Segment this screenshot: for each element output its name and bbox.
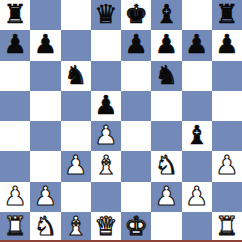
piece-black-pawn[interactable]: ♟ xyxy=(215,31,238,57)
piece-white-pawn[interactable]: ♟ xyxy=(155,183,178,209)
square-f3[interactable]: ♞ xyxy=(151,151,181,181)
square-a8[interactable]: ♜ xyxy=(0,0,30,30)
piece-black-king[interactable]: ♚ xyxy=(124,1,147,27)
square-b2[interactable]: ♟ xyxy=(30,182,60,212)
square-c3[interactable]: ♟ xyxy=(61,151,91,181)
piece-black-knight[interactable]: ♞ xyxy=(64,62,87,88)
square-c2[interactable] xyxy=(61,182,91,212)
piece-black-pawn[interactable]: ♟ xyxy=(94,92,117,118)
square-e6[interactable] xyxy=(121,61,151,91)
piece-white-bishop[interactable]: ♝ xyxy=(64,213,87,239)
piece-white-bishop[interactable]: ♝ xyxy=(94,152,117,178)
square-e2[interactable] xyxy=(121,182,151,212)
chess-board: ♜♛♚♝♜♟♟♟♟♟♟♞♞♟♟♝♟♝♞♟♟♟♟♟♜♞♝♛♚♜ xyxy=(0,0,242,242)
square-f1[interactable] xyxy=(151,212,181,242)
square-c1[interactable]: ♝ xyxy=(61,212,91,242)
square-g2[interactable]: ♟ xyxy=(182,182,212,212)
square-b7[interactable]: ♟ xyxy=(30,30,60,60)
square-g4[interactable]: ♝ xyxy=(182,121,212,151)
square-d4[interactable]: ♟ xyxy=(91,121,121,151)
piece-white-rook[interactable]: ♜ xyxy=(3,213,26,239)
square-h3[interactable]: ♟ xyxy=(212,151,242,181)
piece-white-pawn[interactable]: ♟ xyxy=(215,152,238,178)
square-h2[interactable] xyxy=(212,182,242,212)
square-f4[interactable] xyxy=(151,121,181,151)
piece-black-bishop[interactable]: ♝ xyxy=(185,122,208,148)
piece-white-pawn[interactable]: ♟ xyxy=(185,183,208,209)
piece-white-rook[interactable]: ♜ xyxy=(215,213,238,239)
square-g1[interactable] xyxy=(182,212,212,242)
square-h1[interactable]: ♜ xyxy=(212,212,242,242)
square-f7[interactable]: ♟ xyxy=(151,30,181,60)
chess-board-screenshot: ♜♛♚♝♜♟♟♟♟♟♟♞♞♟♟♝♟♝♞♟♟♟♟♟♜♞♝♛♚♜ xyxy=(0,0,242,242)
square-b3[interactable] xyxy=(30,151,60,181)
square-c6[interactable]: ♞ xyxy=(61,61,91,91)
square-g8[interactable] xyxy=(182,0,212,30)
square-b5[interactable] xyxy=(30,91,60,121)
square-e7[interactable]: ♟ xyxy=(121,30,151,60)
piece-black-pawn[interactable]: ♟ xyxy=(155,31,178,57)
square-b4[interactable] xyxy=(30,121,60,151)
piece-black-queen[interactable]: ♛ xyxy=(94,1,117,27)
square-d7[interactable] xyxy=(91,30,121,60)
square-d2[interactable] xyxy=(91,182,121,212)
square-a5[interactable] xyxy=(0,91,30,121)
square-a2[interactable]: ♟ xyxy=(0,182,30,212)
piece-black-rook[interactable]: ♜ xyxy=(3,1,26,27)
square-g5[interactable] xyxy=(182,91,212,121)
square-e1[interactable]: ♚ xyxy=(121,212,151,242)
square-h6[interactable] xyxy=(212,61,242,91)
square-d5[interactable]: ♟ xyxy=(91,91,121,121)
piece-black-pawn[interactable]: ♟ xyxy=(3,31,26,57)
piece-white-pawn[interactable]: ♟ xyxy=(3,183,26,209)
square-e8[interactable]: ♚ xyxy=(121,0,151,30)
square-c8[interactable] xyxy=(61,0,91,30)
square-a4[interactable] xyxy=(0,121,30,151)
square-g7[interactable]: ♟ xyxy=(182,30,212,60)
square-a6[interactable] xyxy=(0,61,30,91)
square-e3[interactable] xyxy=(121,151,151,181)
piece-black-pawn[interactable]: ♟ xyxy=(34,31,57,57)
square-f5[interactable] xyxy=(151,91,181,121)
square-d1[interactable]: ♛ xyxy=(91,212,121,242)
square-d8[interactable]: ♛ xyxy=(91,0,121,30)
square-h4[interactable] xyxy=(212,121,242,151)
piece-black-knight[interactable]: ♞ xyxy=(155,62,178,88)
square-h5[interactable] xyxy=(212,91,242,121)
square-d3[interactable]: ♝ xyxy=(91,151,121,181)
piece-white-knight[interactable]: ♞ xyxy=(34,213,57,239)
piece-black-bishop[interactable]: ♝ xyxy=(155,1,178,27)
square-h7[interactable]: ♟ xyxy=(212,30,242,60)
piece-white-knight[interactable]: ♞ xyxy=(155,152,178,178)
square-g6[interactable] xyxy=(182,61,212,91)
piece-white-pawn[interactable]: ♟ xyxy=(94,122,117,148)
square-a3[interactable] xyxy=(0,151,30,181)
square-b6[interactable] xyxy=(30,61,60,91)
piece-white-king[interactable]: ♚ xyxy=(124,213,147,239)
piece-white-pawn[interactable]: ♟ xyxy=(34,183,57,209)
piece-black-pawn[interactable]: ♟ xyxy=(185,31,208,57)
square-e4[interactable] xyxy=(121,121,151,151)
square-e5[interactable] xyxy=(121,91,151,121)
square-g3[interactable] xyxy=(182,151,212,181)
piece-black-rook[interactable]: ♜ xyxy=(215,1,238,27)
square-c4[interactable] xyxy=(61,121,91,151)
square-a7[interactable]: ♟ xyxy=(0,30,30,60)
piece-white-pawn[interactable]: ♟ xyxy=(64,152,87,178)
square-h8[interactable]: ♜ xyxy=(212,0,242,30)
square-b1[interactable]: ♞ xyxy=(30,212,60,242)
square-c5[interactable] xyxy=(61,91,91,121)
square-a1[interactable]: ♜ xyxy=(0,212,30,242)
square-f2[interactable]: ♟ xyxy=(151,182,181,212)
square-d6[interactable] xyxy=(91,61,121,91)
square-f6[interactable]: ♞ xyxy=(151,61,181,91)
piece-white-queen[interactable]: ♛ xyxy=(94,213,117,239)
square-c7[interactable] xyxy=(61,30,91,60)
square-f8[interactable]: ♝ xyxy=(151,0,181,30)
square-b8[interactable] xyxy=(30,0,60,30)
piece-black-pawn[interactable]: ♟ xyxy=(124,31,147,57)
